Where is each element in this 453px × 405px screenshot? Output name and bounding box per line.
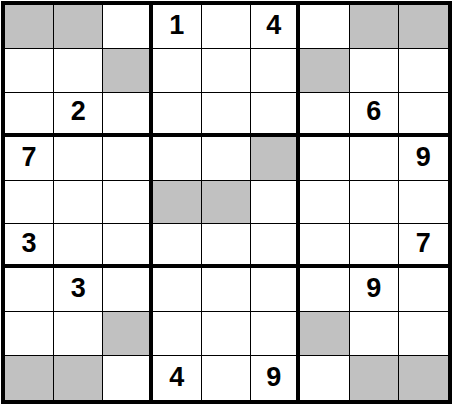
cell-r7c4[interactable]: [153, 268, 202, 312]
cell-r7c8[interactable]: 9: [350, 268, 399, 312]
cell-r1c3[interactable]: [103, 5, 152, 49]
cell-r1c5[interactable]: [202, 5, 251, 49]
cell-r2c2[interactable]: [54, 49, 103, 93]
cell-r4c9[interactable]: 9: [399, 137, 448, 181]
cell-r5c2[interactable]: [54, 181, 103, 225]
cell-r6c5[interactable]: [202, 224, 251, 268]
cell-r1c1[interactable]: [5, 5, 54, 49]
given-digit: 4: [266, 12, 281, 39]
page: 142679373949: [0, 0, 453, 405]
cell-r4c6[interactable]: [251, 137, 300, 181]
cell-r5c5[interactable]: [202, 181, 251, 225]
cell-r6c7[interactable]: [300, 224, 349, 268]
cell-r4c3[interactable]: [103, 137, 152, 181]
cell-r8c5[interactable]: [202, 312, 251, 356]
cell-r3c8[interactable]: 6: [350, 93, 399, 137]
given-digit: 4: [169, 364, 184, 391]
cell-r8c6[interactable]: [251, 312, 300, 356]
given-digit: 1: [169, 12, 184, 39]
cell-r9c5[interactable]: [202, 356, 251, 400]
given-digit: 9: [366, 275, 381, 302]
cell-r4c8[interactable]: [350, 137, 399, 181]
cell-r2c1[interactable]: [5, 49, 54, 93]
cell-r4c1[interactable]: 7: [5, 137, 54, 181]
cell-r2c8[interactable]: [350, 49, 399, 93]
cell-r5c8[interactable]: [350, 181, 399, 225]
given-digit: 7: [416, 230, 431, 257]
cell-r6c8[interactable]: [350, 224, 399, 268]
cell-r6c1[interactable]: 3: [5, 224, 54, 268]
cell-r8c8[interactable]: [350, 312, 399, 356]
cell-r5c6[interactable]: [251, 181, 300, 225]
cell-r2c3[interactable]: [103, 49, 152, 93]
cell-r1c2[interactable]: [54, 5, 103, 49]
cell-r5c7[interactable]: [300, 181, 349, 225]
sudoku-board: 142679373949: [1, 1, 452, 404]
cell-r9c7[interactable]: [300, 356, 349, 400]
cell-r8c9[interactable]: [399, 312, 448, 356]
given-digit: 9: [416, 144, 431, 171]
cell-r2c7[interactable]: [300, 49, 349, 93]
cell-r6c6[interactable]: [251, 224, 300, 268]
cell-r5c1[interactable]: [5, 181, 54, 225]
cell-r9c9[interactable]: [399, 356, 448, 400]
cell-r8c2[interactable]: [54, 312, 103, 356]
cell-r2c4[interactable]: [153, 49, 202, 93]
cell-r7c5[interactable]: [202, 268, 251, 312]
given-digit: 9: [266, 364, 281, 391]
cell-r7c3[interactable]: [103, 268, 152, 312]
given-digit: 7: [22, 144, 37, 171]
cell-r9c3[interactable]: [103, 356, 152, 400]
cell-r7c6[interactable]: [251, 268, 300, 312]
cell-r5c4[interactable]: [153, 181, 202, 225]
cell-r9c4[interactable]: 4: [153, 356, 202, 400]
cell-r7c7[interactable]: [300, 268, 349, 312]
cell-r4c5[interactable]: [202, 137, 251, 181]
cell-r5c9[interactable]: [399, 181, 448, 225]
cell-r4c4[interactable]: [153, 137, 202, 181]
cell-r1c7[interactable]: [300, 5, 349, 49]
cell-r5c3[interactable]: [103, 181, 152, 225]
cell-r9c8[interactable]: [350, 356, 399, 400]
cell-r3c2[interactable]: 2: [54, 93, 103, 137]
cell-r9c1[interactable]: [5, 356, 54, 400]
cell-r6c2[interactable]: [54, 224, 103, 268]
cell-r3c3[interactable]: [103, 93, 152, 137]
given-digit: 3: [22, 230, 37, 257]
cell-r2c9[interactable]: [399, 49, 448, 93]
cell-r3c7[interactable]: [300, 93, 349, 137]
cell-r8c4[interactable]: [153, 312, 202, 356]
cell-r9c2[interactable]: [54, 356, 103, 400]
cell-r3c6[interactable]: [251, 93, 300, 137]
cell-r8c3[interactable]: [103, 312, 152, 356]
cell-r7c1[interactable]: [5, 268, 54, 312]
cell-r1c9[interactable]: [399, 5, 448, 49]
given-digit: 3: [71, 275, 86, 302]
cell-r3c5[interactable]: [202, 93, 251, 137]
given-digit: 6: [366, 98, 381, 125]
cell-r9c6[interactable]: 9: [251, 356, 300, 400]
cell-r6c3[interactable]: [103, 224, 152, 268]
cell-r3c4[interactable]: [153, 93, 202, 137]
given-digit: 2: [71, 98, 86, 125]
cell-r4c7[interactable]: [300, 137, 349, 181]
cell-r2c5[interactable]: [202, 49, 251, 93]
cell-r3c1[interactable]: [5, 93, 54, 137]
cell-r8c1[interactable]: [5, 312, 54, 356]
cell-r2c6[interactable]: [251, 49, 300, 93]
cell-r1c8[interactable]: [350, 5, 399, 49]
cell-r1c4[interactable]: 1: [153, 5, 202, 49]
cell-r6c4[interactable]: [153, 224, 202, 268]
cell-r1c6[interactable]: 4: [251, 5, 300, 49]
cell-r3c9[interactable]: [399, 93, 448, 137]
cell-r7c9[interactable]: [399, 268, 448, 312]
cell-r7c2[interactable]: 3: [54, 268, 103, 312]
cell-r6c9[interactable]: 7: [399, 224, 448, 268]
cell-r4c2[interactable]: [54, 137, 103, 181]
cell-r8c7[interactable]: [300, 312, 349, 356]
